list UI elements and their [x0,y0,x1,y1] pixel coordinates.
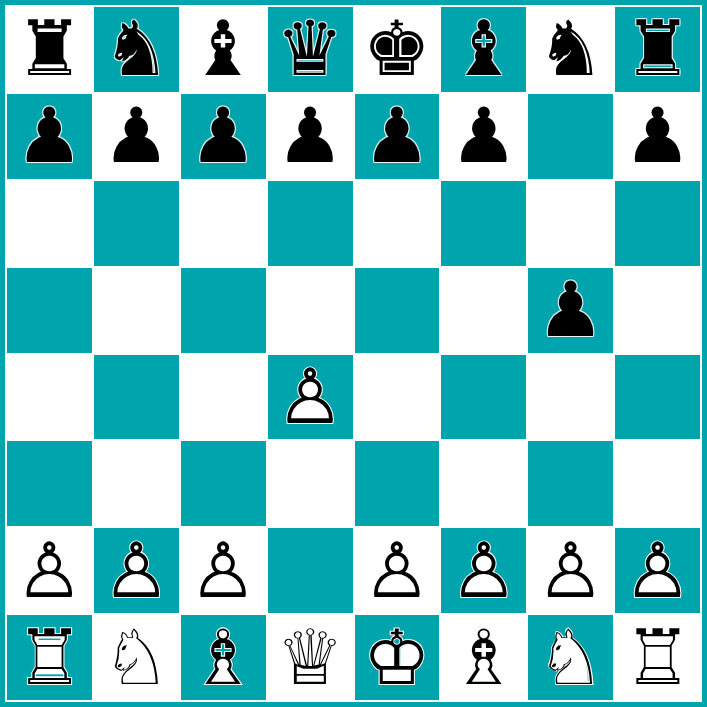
square-b8[interactable]: ♞ [94,7,179,92]
chess-board: ♜♞♝♛♚♝♞♜♟♟♟♟♟♟♟♟♟♙♟♙♟♙♟♙♟♙♟♙♟♙♟♙♜♖♞♘♝♗♛♕… [0,0,707,707]
square-d7[interactable]: ♟ [268,94,353,179]
white-knight: ♞♘ [537,620,605,696]
black-queen: ♛ [276,11,344,87]
square-e5[interactable] [355,268,440,353]
square-c5[interactable] [181,268,266,353]
square-d1[interactable]: ♛♕ [268,615,353,700]
square-c2[interactable]: ♟♙ [181,528,266,613]
black-king: ♚ [363,11,431,87]
square-b2[interactable]: ♟♙ [94,528,179,613]
square-d2[interactable] [268,528,353,613]
square-b7[interactable]: ♟ [94,94,179,179]
square-h8[interactable]: ♜ [615,7,700,92]
square-c8[interactable]: ♝ [181,7,266,92]
square-f6[interactable] [441,181,526,266]
square-d6[interactable] [268,181,353,266]
square-a5[interactable] [7,268,92,353]
square-g5[interactable]: ♟ [528,268,613,353]
black-pawn: ♟ [623,98,691,174]
square-a3[interactable] [7,441,92,526]
square-c7[interactable]: ♟ [181,94,266,179]
square-e6[interactable] [355,181,440,266]
black-pawn: ♟ [276,98,344,174]
square-h1[interactable]: ♜♖ [615,615,700,700]
white-pawn: ♟♙ [102,533,170,609]
square-a8[interactable]: ♜ [7,7,92,92]
black-pawn: ♟ [102,98,170,174]
square-g8[interactable]: ♞ [528,7,613,92]
white-pawn: ♟♙ [450,533,518,609]
black-knight: ♞ [537,11,605,87]
square-h5[interactable] [615,268,700,353]
white-pawn: ♟♙ [15,533,83,609]
square-e3[interactable] [355,441,440,526]
square-f7[interactable]: ♟ [441,94,526,179]
square-f2[interactable]: ♟♙ [441,528,526,613]
square-d8[interactable]: ♛ [268,7,353,92]
square-d3[interactable] [268,441,353,526]
square-g7[interactable] [528,94,613,179]
square-g3[interactable] [528,441,613,526]
white-queen: ♛♕ [276,620,344,696]
square-a2[interactable]: ♟♙ [7,528,92,613]
square-h3[interactable] [615,441,700,526]
square-b5[interactable] [94,268,179,353]
white-pawn: ♟♙ [276,359,344,435]
black-pawn: ♟ [450,98,518,174]
square-d4[interactable]: ♟♙ [268,355,353,440]
square-e4[interactable] [355,355,440,440]
square-f1[interactable]: ♝♗ [441,615,526,700]
square-f8[interactable]: ♝ [441,7,526,92]
square-a1[interactable]: ♜♖ [7,615,92,700]
square-b4[interactable] [94,355,179,440]
black-pawn: ♟ [189,98,257,174]
square-a6[interactable] [7,181,92,266]
black-bishop: ♝ [189,11,257,87]
white-knight: ♞♘ [102,620,170,696]
square-e7[interactable]: ♟ [355,94,440,179]
white-rook: ♜♖ [15,620,83,696]
square-g4[interactable] [528,355,613,440]
black-bishop: ♝ [450,11,518,87]
square-c4[interactable] [181,355,266,440]
square-f3[interactable] [441,441,526,526]
square-c3[interactable] [181,441,266,526]
black-pawn: ♟ [15,98,83,174]
square-g1[interactable]: ♞♘ [528,615,613,700]
square-c6[interactable] [181,181,266,266]
square-f5[interactable] [441,268,526,353]
square-a7[interactable]: ♟ [7,94,92,179]
white-bishop: ♝♗ [189,620,257,696]
white-bishop: ♝♗ [450,620,518,696]
square-e8[interactable]: ♚ [355,7,440,92]
square-h7[interactable]: ♟ [615,94,700,179]
square-b1[interactable]: ♞♘ [94,615,179,700]
black-knight: ♞ [102,11,170,87]
square-g2[interactable]: ♟♙ [528,528,613,613]
square-c1[interactable]: ♝♗ [181,615,266,700]
white-pawn: ♟♙ [189,533,257,609]
square-d5[interactable] [268,268,353,353]
square-h4[interactable] [615,355,700,440]
square-b6[interactable] [94,181,179,266]
square-f4[interactable] [441,355,526,440]
square-e1[interactable]: ♚♔ [355,615,440,700]
white-pawn: ♟♙ [623,533,691,609]
square-a4[interactable] [7,355,92,440]
square-h6[interactable] [615,181,700,266]
square-h2[interactable]: ♟♙ [615,528,700,613]
black-rook: ♜ [623,11,691,87]
white-king: ♚♔ [363,620,431,696]
square-e2[interactable]: ♟♙ [355,528,440,613]
square-b3[interactable] [94,441,179,526]
white-pawn: ♟♙ [537,533,605,609]
white-rook: ♜♖ [623,620,691,696]
black-pawn: ♟ [363,98,431,174]
square-g6[interactable] [528,181,613,266]
black-pawn: ♟ [537,272,605,348]
white-pawn: ♟♙ [363,533,431,609]
black-rook: ♜ [15,11,83,87]
